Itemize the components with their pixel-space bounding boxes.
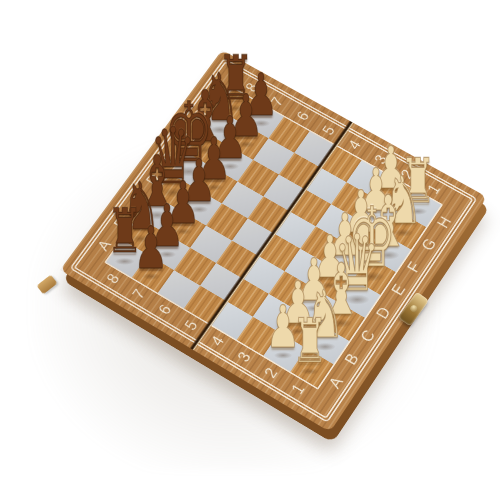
piece-white-rook-a1: ♜ (292, 311, 328, 372)
product-photo: 87654321 87654321 HGFEDCBA HGFEDCBA ♜♞♝♛… (0, 0, 500, 500)
piece-black-pawn-a7: ♟ (133, 219, 167, 278)
